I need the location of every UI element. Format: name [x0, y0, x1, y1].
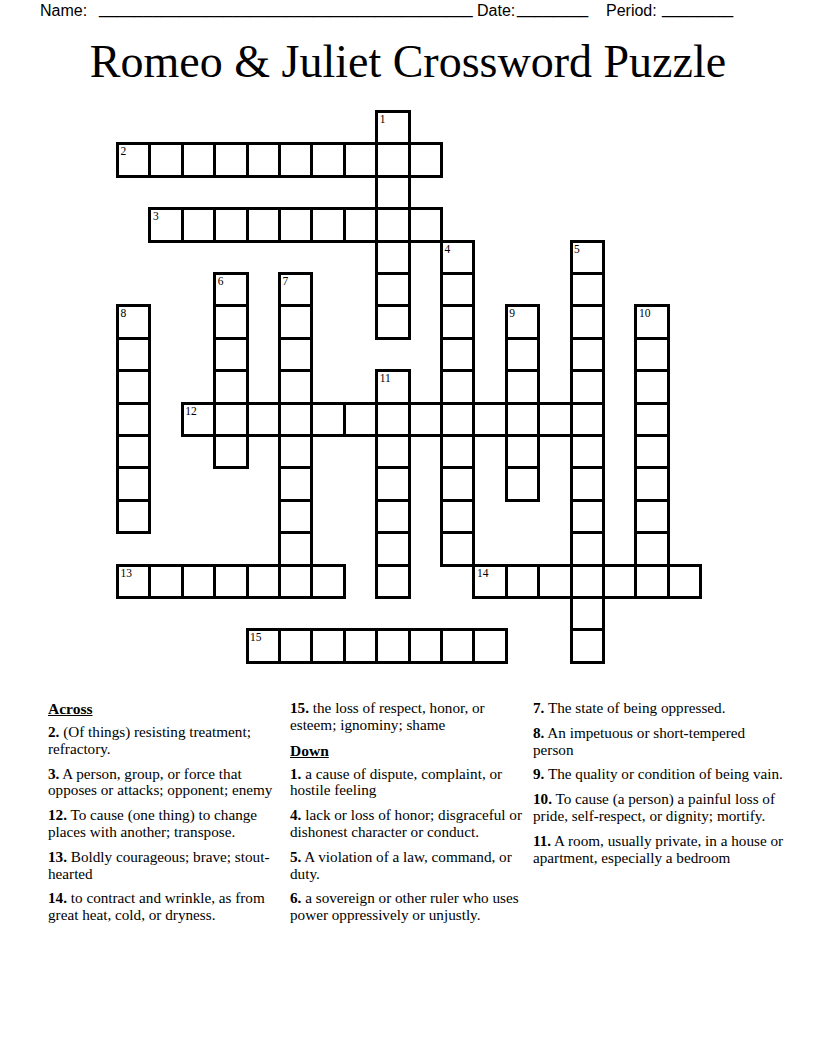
- clue-number-label: 7.: [533, 699, 544, 716]
- name-label: Name:: [40, 2, 87, 20]
- clues-column-1: Across2. (Of things) resisting treatment…: [48, 700, 282, 932]
- grid-cell-r5c14: [570, 272, 605, 307]
- grid-cell-r13c14: [570, 531, 605, 566]
- grid-cell-r10c8: [375, 434, 410, 469]
- clue-down-7: 7. The state of being oppressed.: [533, 700, 785, 717]
- grid-cell-r9c14: [570, 402, 605, 437]
- grid-cell-r6c14: [570, 304, 605, 339]
- cell-number-14: 14: [477, 568, 489, 579]
- clue-across-3: 3. A person, group, or force that oppose…: [48, 766, 282, 800]
- clue-down-5: 5. A violation of a law, command, or dut…: [290, 849, 528, 883]
- crossword-grid: 123456789101112131415: [116, 110, 702, 664]
- grid-cell-r8c3: [213, 369, 248, 404]
- grid-cell-r3c9: [408, 207, 443, 242]
- clue-across-12: 12. To cause (one thing) to change place…: [48, 807, 282, 841]
- grid-cell-r5c8: [375, 272, 410, 307]
- cell-number-15: 15: [250, 632, 262, 643]
- grid-cell-r8c12: [505, 369, 540, 404]
- clue-number-label: 12.: [48, 806, 67, 823]
- grid-cell-r6c3: [213, 304, 248, 339]
- cell-number-4: 4: [445, 244, 451, 255]
- grid-cell-r7c5: [278, 337, 313, 372]
- page-title: Romeo & Juliet Crossword Puzzle: [0, 36, 816, 88]
- cell-number-7: 7: [283, 276, 289, 287]
- grid-cell-r1c2: [181, 142, 216, 177]
- period-label: Period:: [606, 2, 657, 20]
- clue-number-label: 1.: [290, 765, 301, 782]
- cell-number-12: 12: [185, 406, 197, 417]
- grid-cell-r10c16: [634, 434, 669, 469]
- clue-number-label: 8.: [533, 724, 544, 741]
- grid-cell-r13c16: [634, 531, 669, 566]
- grid-cell-r7c3: [213, 337, 248, 372]
- grid-cell-r3c7: [343, 207, 378, 242]
- period-blank-line: ________: [662, 0, 733, 18]
- grid-cell-r1c4: [246, 142, 281, 177]
- grid-cell-r12c16: [634, 499, 669, 534]
- clue-down-9: 9. The quality or condition of being vai…: [533, 766, 785, 783]
- grid-cell-r11c16: [634, 466, 669, 501]
- clue-number-label: 2.: [48, 723, 59, 740]
- cell-number-1: 1: [380, 114, 386, 125]
- clue-down-1: 1. a cause of dispute, complaint, or hos…: [290, 766, 528, 800]
- grid-cell-r8c16: [634, 369, 669, 404]
- grid-cell-r14c17: [667, 564, 702, 599]
- cell-number-2: 2: [121, 146, 127, 157]
- cell-number-3: 3: [153, 211, 159, 222]
- grid-cell-r9c3: [213, 402, 248, 437]
- grid-cell-r12c0: [116, 499, 151, 534]
- grid-cell-r12c8: [375, 499, 410, 534]
- grid-cell-r14c16: [634, 564, 669, 599]
- clue-number-label: 6.: [290, 889, 301, 906]
- grid-cell-r5c10: [440, 272, 475, 307]
- grid-cell-r4c8: [375, 240, 410, 275]
- grid-cell-r16c10: [440, 628, 475, 663]
- cell-number-13: 13: [121, 568, 133, 579]
- grid-cell-r1c5: [278, 142, 313, 177]
- grid-cell-r11c12: [505, 466, 540, 501]
- grid-cell-r1c3: [213, 142, 248, 177]
- grid-cell-r8c14: [570, 369, 605, 404]
- grid-cell-r6c8: [375, 304, 410, 339]
- grid-cell-r1c9: [408, 142, 443, 177]
- grid-cell-r13c8: [375, 531, 410, 566]
- grid-cell-r14c14: [570, 564, 605, 599]
- grid-cell-r3c4: [246, 207, 281, 242]
- grid-cell-r12c14: [570, 499, 605, 534]
- clue-number-label: 3.: [48, 765, 59, 782]
- grid-cell-r9c10: [440, 402, 475, 437]
- clue-number-label: 5.: [290, 848, 301, 865]
- clue-number-label: 15.: [290, 699, 309, 716]
- grid-cell-r11c0: [116, 466, 151, 501]
- cell-number-8: 8: [121, 308, 127, 319]
- grid-cell-r2c8: [375, 175, 410, 210]
- grid-cell-r14c4: [246, 564, 281, 599]
- grid-cell-r10c5: [278, 434, 313, 469]
- grid-cell-r7c16: [634, 337, 669, 372]
- grid-cell-r10c12: [505, 434, 540, 469]
- clue-number-label: 9.: [533, 765, 544, 782]
- grid-cell-r3c6: [310, 207, 345, 242]
- clue-number-label: 13.: [48, 848, 67, 865]
- grid-cell-r10c0: [116, 434, 151, 469]
- grid-cell-r10c3: [213, 434, 248, 469]
- grid-cell-r14c2: [181, 564, 216, 599]
- cell-number-11: 11: [380, 373, 391, 384]
- grid-cell-r6c10: [440, 304, 475, 339]
- grid-cell-r14c13: [537, 564, 572, 599]
- date-blank-line: ________: [517, 0, 588, 18]
- grid-cell-r1c7: [343, 142, 378, 177]
- grid-cell-r11c8: [375, 466, 410, 501]
- cell-number-5: 5: [574, 244, 580, 255]
- grid-cell-r14c6: [310, 564, 345, 599]
- grid-cell-r1c6: [310, 142, 345, 177]
- grid-cell-r8c0: [116, 369, 151, 404]
- grid-cell-r16c7: [343, 628, 378, 663]
- grid-cell-r16c9: [408, 628, 443, 663]
- clue-number-label: 14.: [48, 889, 67, 906]
- clue-down-8: 8. An impetuous or short-tempered person: [533, 725, 785, 759]
- grid-cell-r9c7: [343, 402, 378, 437]
- grid-cell-r10c10: [440, 434, 475, 469]
- grid-cell-r14c15: [602, 564, 637, 599]
- clue-number-label: 10.: [533, 790, 552, 807]
- clue-down-4: 4. lack or loss of honor; disgraceful or…: [290, 807, 528, 841]
- clue-down-10: 10. To cause (a person) a painful loss o…: [533, 791, 785, 825]
- grid-cell-r13c10: [440, 531, 475, 566]
- grid-cell-r11c5: [278, 466, 313, 501]
- name-blank-line: ________________________________________…: [99, 0, 473, 18]
- grid-cell-r15c14: [570, 596, 605, 631]
- grid-cell-r16c6: [310, 628, 345, 663]
- grid-cell-r3c3: [213, 207, 248, 242]
- cell-number-9: 9: [509, 308, 515, 319]
- clue-number-label: 11.: [533, 832, 551, 849]
- grid-cell-r11c14: [570, 466, 605, 501]
- grid-cell-r13c5: [278, 531, 313, 566]
- grid-cell-r12c5: [278, 499, 313, 534]
- clue-number-label: 4.: [290, 806, 301, 823]
- grid-cell-r9c5: [278, 402, 313, 437]
- grid-cell-r16c11: [472, 628, 507, 663]
- clue-across-13: 13. Boldly courageous; brave; stout-hear…: [48, 849, 282, 883]
- worksheet-page: Name: __________________________________…: [0, 0, 816, 1056]
- clue-down-11: 11. A room, usually private, in a house …: [533, 833, 785, 867]
- clue-across-15: 15. the loss of respect, honor, or estee…: [290, 700, 528, 734]
- clues-column-3: 7. The state of being oppressed.8. An im…: [533, 700, 785, 874]
- clue-down-6: 6. a sovereign or other ruler who uses p…: [290, 890, 528, 924]
- grid-cell-r16c14: [570, 628, 605, 663]
- grid-cell-r9c9: [408, 402, 443, 437]
- date-label: Date:: [477, 2, 515, 20]
- grid-cell-r8c5: [278, 369, 313, 404]
- grid-cell-r3c5: [278, 207, 313, 242]
- grid-cell-r7c0: [116, 337, 151, 372]
- cell-number-6: 6: [218, 276, 224, 287]
- grid-cell-r3c8: [375, 207, 410, 242]
- grid-cell-r16c5: [278, 628, 313, 663]
- grid-cell-r10c14: [570, 434, 605, 469]
- across-heading: Across: [48, 700, 282, 717]
- grid-cell-r9c13: [537, 402, 572, 437]
- grid-cell-r1c1: [148, 142, 183, 177]
- grid-cell-r7c10: [440, 337, 475, 372]
- clues-column-2: 15. the loss of respect, honor, or estee…: [290, 700, 528, 932]
- grid-cell-r9c6: [310, 402, 345, 437]
- grid-cell-r9c8: [375, 402, 410, 437]
- grid-cell-r6c5: [278, 304, 313, 339]
- grid-cell-r9c4: [246, 402, 281, 437]
- grid-cell-r8c10: [440, 369, 475, 404]
- grid-cell-r14c12: [505, 564, 540, 599]
- grid-cell-r3c2: [181, 207, 216, 242]
- clue-across-2: 2. (Of things) resisting treatment; refr…: [48, 724, 282, 758]
- grid-cell-r14c1: [148, 564, 183, 599]
- grid-cell-r16c8: [375, 628, 410, 663]
- grid-cell-r9c12: [505, 402, 540, 437]
- grid-cell-r7c12: [505, 337, 540, 372]
- grid-cell-r1c8: [375, 142, 410, 177]
- clue-across-14: 14. to contract and wrinkle, as from gre…: [48, 890, 282, 924]
- grid-cell-r9c0: [116, 402, 151, 437]
- grid-cell-r12c10: [440, 499, 475, 534]
- down-heading: Down: [290, 742, 528, 759]
- cell-number-10: 10: [639, 308, 651, 319]
- grid-cell-r14c3: [213, 564, 248, 599]
- grid-cell-r14c8: [375, 564, 410, 599]
- grid-cell-r7c14: [570, 337, 605, 372]
- grid-cell-r11c10: [440, 466, 475, 501]
- grid-cell-r14c5: [278, 564, 313, 599]
- grid-cell-r9c16: [634, 402, 669, 437]
- grid-cell-r9c11: [472, 402, 507, 437]
